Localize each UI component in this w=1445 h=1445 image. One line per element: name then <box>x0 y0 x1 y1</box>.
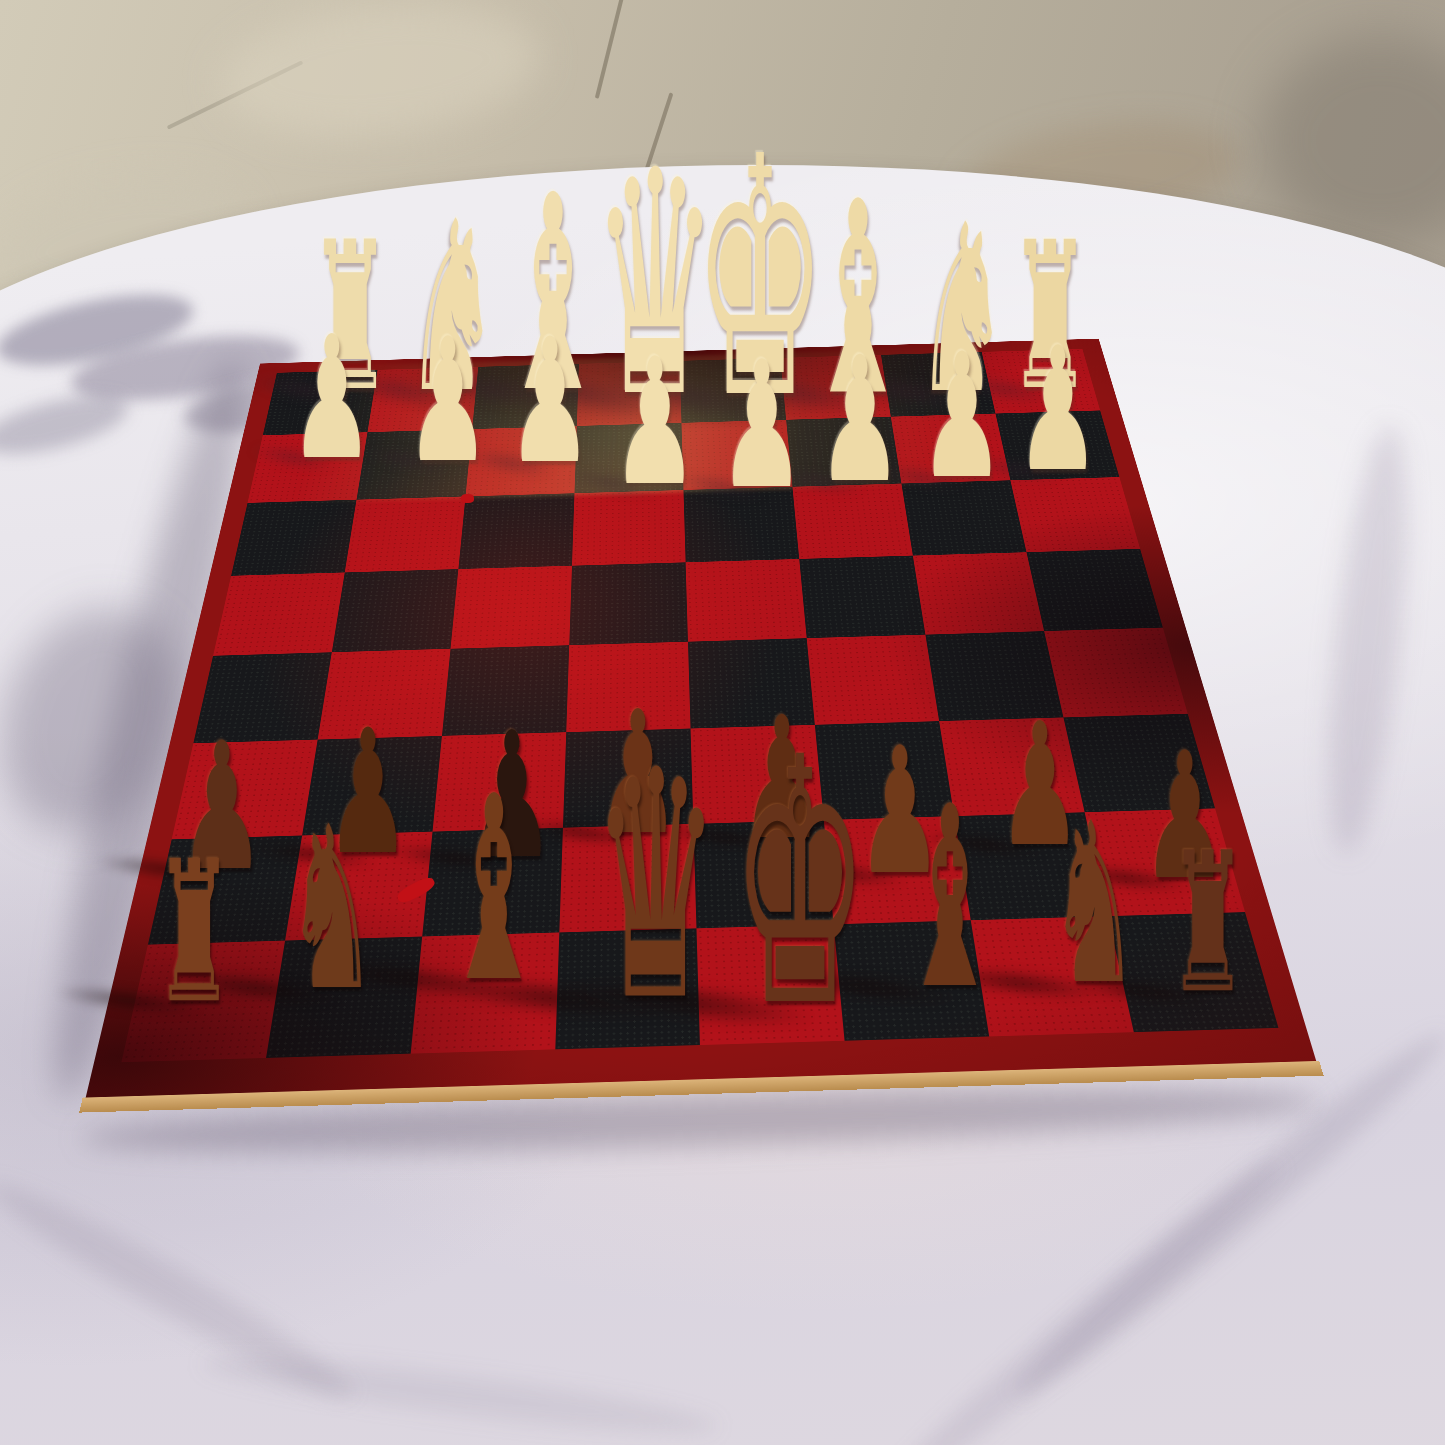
dark-knight-kingside: ♞ <box>1049 793 1139 1015</box>
photo-scene: ♜♞♝♛♚♝♞♜♟♟♟♟♟♟♟♟♟♟♟♟♟♟♟♟♜♞♝♛♚♝♞♜ <box>0 0 1445 1445</box>
white-pawn-6: ♟ <box>817 334 902 507</box>
dark-king: ♚ <box>731 713 868 1053</box>
white-pawn-1: ♟ <box>290 313 374 483</box>
white-pawn-2: ♟ <box>406 315 490 486</box>
white-pawn-8: ♟ <box>1016 324 1100 495</box>
white-pawn-4: ♟ <box>612 335 698 510</box>
white-pawn-7: ♟ <box>920 331 1005 503</box>
dark-bishop-kingside: ♝ <box>900 774 1001 1024</box>
dark-queen: ♛ <box>592 730 719 1045</box>
white-pawn-5: ♟ <box>719 338 805 513</box>
dark-bishop-queenside: ♝ <box>443 762 546 1017</box>
white-pawn-3: ♟ <box>508 316 593 488</box>
dark-rook-queenside: ♜ <box>155 835 234 1030</box>
dark-knight-queenside: ♞ <box>287 797 378 1022</box>
dark-rook-kingside: ♜ <box>1169 827 1247 1020</box>
piece-layer: ♜♞♝♛♚♝♞♜♟♟♟♟♟♟♟♟♟♟♟♟♟♟♟♟♜♞♝♛♚♝♞♜ <box>0 0 1445 1445</box>
